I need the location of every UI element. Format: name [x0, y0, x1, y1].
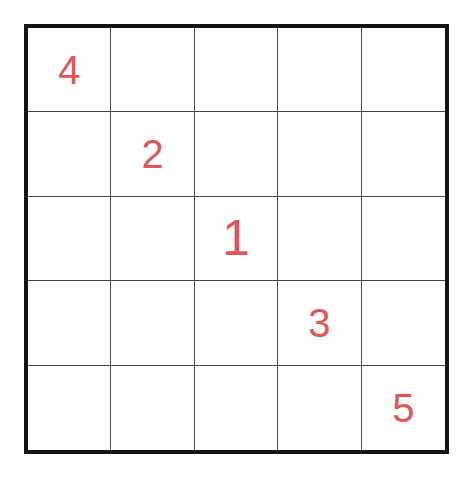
grid-cell-r4-c5[interactable]: [362, 281, 445, 365]
grid-cell-r2-c5[interactable]: [362, 112, 445, 196]
clue-number-2: 2: [141, 134, 163, 174]
clue-number-1: 1: [222, 213, 250, 263]
clue-number-4: 4: [58, 50, 80, 90]
grid-cell-r5-c1[interactable]: [28, 366, 111, 450]
grid-cell-r5-c2[interactable]: [111, 366, 194, 450]
grid-cell-r3-c5[interactable]: [362, 197, 445, 281]
grid-cell-r2-c2[interactable]: 2: [111, 112, 194, 196]
grid-cell-r3-c4[interactable]: [278, 197, 361, 281]
grid-cell-r2-c1[interactable]: [28, 112, 111, 196]
grid-cell-r4-c2[interactable]: [111, 281, 194, 365]
clue-number-3: 3: [308, 303, 330, 343]
grid-cell-r1-c1[interactable]: 4: [28, 28, 111, 112]
grid-cell-r4-c4[interactable]: 3: [278, 281, 361, 365]
grid-cell-r3-c3[interactable]: 1: [195, 197, 278, 281]
clue-number-5: 5: [392, 388, 414, 428]
puzzle-board: 42135: [24, 24, 449, 454]
grid-cell-r5-c3[interactable]: [195, 366, 278, 450]
grid-cell-r2-c4[interactable]: [278, 112, 361, 196]
grid-cell-r3-c1[interactable]: [28, 197, 111, 281]
grid-cell-r1-c2[interactable]: [111, 28, 194, 112]
grid-cell-r1-c3[interactable]: [195, 28, 278, 112]
puzzle-stage: 42135: [0, 0, 472, 480]
grid-cell-r1-c5[interactable]: [362, 28, 445, 112]
grid-cell-r4-c3[interactable]: [195, 281, 278, 365]
grid-cell-r5-c4[interactable]: [278, 366, 361, 450]
grid-cell-r3-c2[interactable]: [111, 197, 194, 281]
grid-cell-r2-c3[interactable]: [195, 112, 278, 196]
grid-cell-r1-c4[interactable]: [278, 28, 361, 112]
grid-cell-r5-c5[interactable]: 5: [362, 366, 445, 450]
grid-cell-r4-c1[interactable]: [28, 281, 111, 365]
